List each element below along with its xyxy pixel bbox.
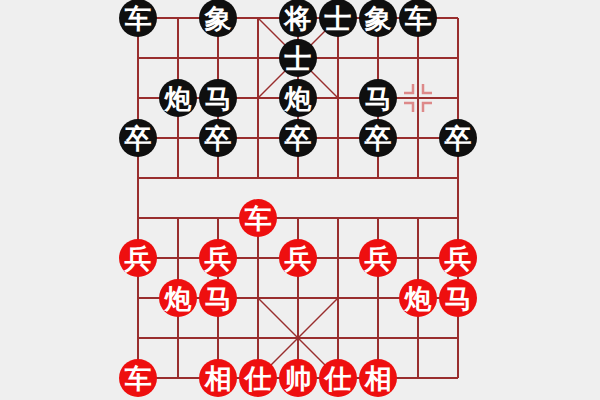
piece-red-horse[interactable]: 马	[199, 279, 237, 317]
intersection-c4[interactable]	[198, 158, 238, 198]
intersection-b1[interactable]	[158, 38, 198, 78]
piece-black-chariot[interactable]: 车	[119, 0, 157, 37]
intersection-d3[interactable]	[238, 118, 278, 158]
intersection-e6[interactable]: 兵	[278, 238, 318, 278]
intersection-i2[interactable]	[438, 78, 478, 118]
piece-black-cannon[interactable]: 炮	[279, 79, 317, 117]
intersection-i4[interactable]	[438, 158, 478, 198]
intersection-a7[interactable]	[118, 278, 158, 318]
intersection-i5[interactable]	[438, 198, 478, 238]
intersection-c0[interactable]: 象	[198, 0, 238, 38]
intersection-a6[interactable]: 兵	[118, 238, 158, 278]
intersection-c7[interactable]: 马	[198, 278, 238, 318]
intersection-e5[interactable]	[278, 198, 318, 238]
intersection-a2[interactable]	[118, 78, 158, 118]
intersection-d6[interactable]	[238, 238, 278, 278]
intersection-i8[interactable]	[438, 318, 478, 358]
intersection-a4[interactable]	[118, 158, 158, 198]
intersection-d9[interactable]: 仕	[238, 358, 278, 398]
intersection-b5[interactable]	[158, 198, 198, 238]
intersection-f3[interactable]	[318, 118, 358, 158]
intersection-g4[interactable]	[358, 158, 398, 198]
intersection-d4[interactable]	[238, 158, 278, 198]
piece-red-soldier[interactable]: 兵	[199, 239, 237, 277]
piece-black-horse[interactable]: 马	[359, 79, 397, 117]
intersection-f4[interactable]	[318, 158, 358, 198]
intersection-e2[interactable]: 炮	[278, 78, 318, 118]
intersection-e0[interactable]: 将	[278, 0, 318, 38]
intersection-e1[interactable]: 士	[278, 38, 318, 78]
intersection-i7[interactable]: 马	[438, 278, 478, 318]
intersection-h7[interactable]: 炮	[398, 278, 438, 318]
piece-red-soldier[interactable]: 兵	[359, 239, 397, 277]
intersection-c1[interactable]	[198, 38, 238, 78]
intersection-c8[interactable]	[198, 318, 238, 358]
piece-black-advisor[interactable]: 士	[319, 0, 357, 37]
intersection-h1[interactable]	[398, 38, 438, 78]
intersection-f7[interactable]	[318, 278, 358, 318]
piece-red-elephant[interactable]: 相	[199, 359, 237, 397]
intersection-a3[interactable]: 卒	[118, 118, 158, 158]
intersection-h2[interactable]	[398, 78, 438, 118]
piece-black-general[interactable]: 将	[279, 0, 317, 37]
intersection-d2[interactable]	[238, 78, 278, 118]
intersection-h3[interactable]	[398, 118, 438, 158]
piece-red-cannon[interactable]: 炮	[399, 279, 437, 317]
intersection-a1[interactable]	[118, 38, 158, 78]
intersection-h0[interactable]: 车	[398, 0, 438, 38]
intersection-a9[interactable]: 车	[118, 358, 158, 398]
piece-red-general[interactable]: 帅	[279, 359, 317, 397]
intersection-f2[interactable]	[318, 78, 358, 118]
piece-black-soldier[interactable]: 卒	[119, 119, 157, 157]
intersection-f0[interactable]: 士	[318, 0, 358, 38]
piece-red-chariot[interactable]: 车	[239, 199, 277, 237]
intersection-e4[interactable]	[278, 158, 318, 198]
intersection-e3[interactable]: 卒	[278, 118, 318, 158]
intersection-c9[interactable]: 相	[198, 358, 238, 398]
intersection-g6[interactable]: 兵	[358, 238, 398, 278]
intersection-f6[interactable]	[318, 238, 358, 278]
intersection-a8[interactable]	[118, 318, 158, 358]
intersection-g9[interactable]: 相	[358, 358, 398, 398]
piece-red-soldier[interactable]: 兵	[279, 239, 317, 277]
intersection-d8[interactable]	[238, 318, 278, 358]
intersection-a0[interactable]: 车	[118, 0, 158, 38]
piece-black-chariot[interactable]: 车	[399, 0, 437, 37]
intersection-d1[interactable]	[238, 38, 278, 78]
piece-red-chariot[interactable]: 车	[119, 359, 157, 397]
intersection-c6[interactable]: 兵	[198, 238, 238, 278]
intersection-b6[interactable]	[158, 238, 198, 278]
piece-black-elephant[interactable]: 象	[359, 0, 397, 37]
piece-black-soldier[interactable]: 卒	[439, 119, 477, 157]
intersection-g2[interactable]: 马	[358, 78, 398, 118]
intersection-g0[interactable]: 象	[358, 0, 398, 38]
intersection-i6[interactable]: 兵	[438, 238, 478, 278]
intersection-i9[interactable]	[438, 358, 478, 398]
piece-black-elephant[interactable]: 象	[199, 0, 237, 37]
piece-red-cannon[interactable]: 炮	[159, 279, 197, 317]
intersection-e7[interactable]	[278, 278, 318, 318]
intersection-i1[interactable]	[438, 38, 478, 78]
piece-red-soldier[interactable]: 兵	[439, 239, 477, 277]
xiangqi-board-screen: 车象将士象车士炮马炮马卒卒卒卒卒车兵兵兵兵兵炮马炮马车相仕帅仕相	[0, 0, 600, 400]
intersection-e9[interactable]: 帅	[278, 358, 318, 398]
piece-black-horse[interactable]: 马	[199, 79, 237, 117]
intersection-c5[interactable]	[198, 198, 238, 238]
intersection-g5[interactable]	[358, 198, 398, 238]
intersection-g3[interactable]: 卒	[358, 118, 398, 158]
piece-red-elephant[interactable]: 相	[359, 359, 397, 397]
intersection-c2[interactable]: 马	[198, 78, 238, 118]
intersection-g7[interactable]	[358, 278, 398, 318]
intersection-b2[interactable]: 炮	[158, 78, 198, 118]
intersection-b7[interactable]: 炮	[158, 278, 198, 318]
intersection-c3[interactable]: 卒	[198, 118, 238, 158]
piece-red-advisor[interactable]: 仕	[319, 359, 357, 397]
intersection-h9[interactable]	[398, 358, 438, 398]
intersection-g1[interactable]	[358, 38, 398, 78]
intersection-f5[interactable]	[318, 198, 358, 238]
xiangqi-board: 车象将士象车士炮马炮马卒卒卒卒卒车兵兵兵兵兵炮马炮马车相仕帅仕相	[118, 0, 478, 398]
intersection-h8[interactable]	[398, 318, 438, 358]
intersection-f8[interactable]	[318, 318, 358, 358]
intersection-d5[interactable]: 车	[238, 198, 278, 238]
intersection-f9[interactable]: 仕	[318, 358, 358, 398]
intersection-b3[interactable]	[158, 118, 198, 158]
intersection-a5[interactable]	[118, 198, 158, 238]
intersection-h5[interactable]	[398, 198, 438, 238]
intersection-h6[interactable]	[398, 238, 438, 278]
piece-red-advisor[interactable]: 仕	[239, 359, 277, 397]
piece-black-soldier[interactable]: 卒	[199, 119, 237, 157]
piece-red-horse[interactable]: 马	[439, 279, 477, 317]
piece-black-soldier[interactable]: 卒	[279, 119, 317, 157]
intersection-b9[interactable]	[158, 358, 198, 398]
intersection-b4[interactable]	[158, 158, 198, 198]
intersection-b8[interactable]	[158, 318, 198, 358]
intersection-b0[interactable]	[158, 0, 198, 38]
intersection-i0[interactable]	[438, 0, 478, 38]
intersection-d7[interactable]	[238, 278, 278, 318]
piece-black-soldier[interactable]: 卒	[359, 119, 397, 157]
intersection-g8[interactable]	[358, 318, 398, 358]
piece-red-soldier[interactable]: 兵	[119, 239, 157, 277]
intersection-h4[interactable]	[398, 158, 438, 198]
intersection-d0[interactable]	[238, 0, 278, 38]
piece-black-cannon[interactable]: 炮	[159, 79, 197, 117]
intersection-i3[interactable]: 卒	[438, 118, 478, 158]
intersection-e8[interactable]	[278, 318, 318, 358]
piece-black-advisor[interactable]: 士	[279, 39, 317, 77]
intersection-f1[interactable]	[318, 38, 358, 78]
